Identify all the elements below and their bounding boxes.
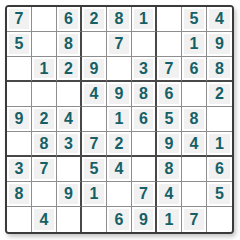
cell-r8c6: 7 xyxy=(132,182,157,207)
cell-r9c6: 9 xyxy=(132,207,157,232)
cell-r9c9[interactable] xyxy=(207,207,232,232)
cell-r2c8: 1 xyxy=(182,32,207,57)
cell-r4c1[interactable] xyxy=(7,82,32,107)
cell-r1c6: 1 xyxy=(132,7,157,32)
cell-r3c2: 1 xyxy=(32,57,57,82)
cell-r4c6: 8 xyxy=(132,82,157,107)
cell-r3c6: 3 xyxy=(132,57,157,82)
cell-r8c4: 1 xyxy=(82,182,107,207)
cell-r8c7: 4 xyxy=(157,182,182,207)
cell-r5c7: 5 xyxy=(157,107,182,132)
cell-r5c2: 2 xyxy=(32,107,57,132)
cell-r3c5[interactable] xyxy=(107,57,132,82)
cell-r1c5: 8 xyxy=(107,7,132,32)
cell-r2c4[interactable] xyxy=(82,32,107,57)
cell-r8c2[interactable] xyxy=(32,182,57,207)
cell-r1c3: 6 xyxy=(57,7,82,32)
cell-r9c3[interactable] xyxy=(57,207,82,232)
cell-r1c9: 4 xyxy=(207,7,232,32)
cell-r8c1: 8 xyxy=(7,182,32,207)
cell-r5c9[interactable] xyxy=(207,107,232,132)
cell-r8c3: 9 xyxy=(57,182,82,207)
cell-r1c4: 2 xyxy=(82,7,107,32)
cell-r3c9: 8 xyxy=(207,57,232,82)
cell-r1c1: 7 xyxy=(7,7,32,32)
cell-r5c5: 1 xyxy=(107,107,132,132)
cell-r7c8[interactable] xyxy=(182,157,207,182)
cell-r9c7: 1 xyxy=(157,207,182,232)
cell-r5c3: 4 xyxy=(57,107,82,132)
cell-r4c2[interactable] xyxy=(32,82,57,107)
cell-r3c1[interactable] xyxy=(7,57,32,82)
cell-r9c5: 6 xyxy=(107,207,132,232)
cell-r7c6[interactable] xyxy=(132,157,157,182)
cell-r4c4: 4 xyxy=(82,82,107,107)
cell-r6c3: 3 xyxy=(57,132,82,157)
cell-r8c5[interactable] xyxy=(107,182,132,207)
cell-r6c9: 1 xyxy=(207,132,232,157)
cell-r2c2[interactable] xyxy=(32,32,57,57)
cell-r7c5: 4 xyxy=(107,157,132,182)
cell-r4c7: 6 xyxy=(157,82,182,107)
cell-r1c7[interactable] xyxy=(157,7,182,32)
cell-r3c4: 9 xyxy=(82,57,107,82)
cell-r2c9: 9 xyxy=(207,32,232,57)
cell-r2c5: 7 xyxy=(107,32,132,57)
cell-r7c1: 3 xyxy=(7,157,32,182)
cell-r6c4: 7 xyxy=(82,132,107,157)
cell-r9c8: 7 xyxy=(182,207,207,232)
cell-r1c2[interactable] xyxy=(32,7,57,32)
cell-r5c1: 9 xyxy=(7,107,32,132)
cell-r2c3: 8 xyxy=(57,32,82,57)
cell-r6c6[interactable] xyxy=(132,132,157,157)
cell-r3c3: 2 xyxy=(57,57,82,82)
cell-r4c8[interactable] xyxy=(182,82,207,107)
cell-r2c7[interactable] xyxy=(157,32,182,57)
cell-r2c1: 5 xyxy=(7,32,32,57)
cell-r5c8: 8 xyxy=(182,107,207,132)
cell-r4c9: 2 xyxy=(207,82,232,107)
cell-r6c5: 2 xyxy=(107,132,132,157)
cell-r5c6: 6 xyxy=(132,107,157,132)
cell-r2c6[interactable] xyxy=(132,32,157,57)
cell-r7c7: 8 xyxy=(157,157,182,182)
sudoku-board: 7628154587191293768498629241658837294137… xyxy=(5,5,234,234)
cell-r7c3[interactable] xyxy=(57,157,82,182)
cell-r7c2: 7 xyxy=(32,157,57,182)
cell-r9c1[interactable] xyxy=(7,207,32,232)
cell-r5c4[interactable] xyxy=(82,107,107,132)
cell-r8c8[interactable] xyxy=(182,182,207,207)
cell-r8c9: 5 xyxy=(207,182,232,207)
cell-r3c7: 7 xyxy=(157,57,182,82)
cell-r6c2: 8 xyxy=(32,132,57,157)
cell-r6c7: 9 xyxy=(157,132,182,157)
cell-r6c1[interactable] xyxy=(7,132,32,157)
cell-r7c4: 5 xyxy=(82,157,107,182)
cell-r4c3[interactable] xyxy=(57,82,82,107)
cell-r1c8: 5 xyxy=(182,7,207,32)
cell-r6c8: 4 xyxy=(182,132,207,157)
cell-r7c9: 6 xyxy=(207,157,232,182)
cell-r4c5: 9 xyxy=(107,82,132,107)
cell-r9c4[interactable] xyxy=(82,207,107,232)
cell-r3c8: 6 xyxy=(182,57,207,82)
cell-r9c2: 4 xyxy=(32,207,57,232)
